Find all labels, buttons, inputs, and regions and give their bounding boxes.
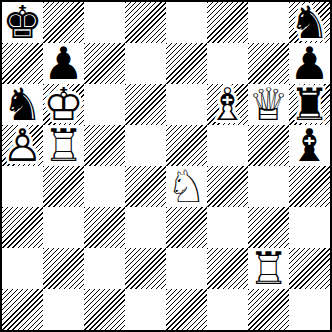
piece-white-queen: ♛♕ [248, 84, 289, 125]
white-knight-glyph: ♘ [166, 166, 207, 207]
square-a1[interactable] [2, 289, 43, 330]
square-c1[interactable] [84, 289, 125, 330]
square-d7[interactable] [125, 43, 166, 84]
square-a2[interactable] [2, 248, 43, 289]
square-f2[interactable] [207, 248, 248, 289]
black-bishop-glyph: ♝ [289, 125, 330, 166]
square-d5[interactable] [125, 125, 166, 166]
square-e8[interactable] [166, 2, 207, 43]
square-b1[interactable] [43, 289, 84, 330]
piece-white-pawn: ♟♙ [2, 125, 43, 166]
chessboard: ♚♞♟♟♞♚♔♝♗♛♕♜♟♙♜♖♝♞♘♜♖ [0, 0, 332, 332]
square-d4[interactable] [125, 166, 166, 207]
white-rook-glyph: ♖ [248, 248, 289, 289]
piece-white-bishop: ♝♗ [207, 84, 248, 125]
square-c8[interactable] [84, 2, 125, 43]
square-g1[interactable] [248, 289, 289, 330]
square-d2[interactable] [125, 248, 166, 289]
square-g6[interactable]: ♛♕ [248, 84, 289, 125]
square-g5[interactable] [248, 125, 289, 166]
white-pawn-glyph: ♙ [2, 125, 43, 166]
square-g4[interactable] [248, 166, 289, 207]
piece-white-knight: ♞♘ [166, 166, 207, 207]
square-c7[interactable] [84, 43, 125, 84]
square-b4[interactable] [43, 166, 84, 207]
white-bishop-glyph: ♗ [207, 84, 248, 125]
piece-white-rook: ♜♖ [248, 248, 289, 289]
square-b5[interactable]: ♜♖ [43, 125, 84, 166]
square-h3[interactable] [289, 207, 330, 248]
square-d8[interactable] [125, 2, 166, 43]
board-grid: ♚♞♟♟♞♚♔♝♗♛♕♜♟♙♜♖♝♞♘♜♖ [2, 2, 330, 330]
square-a4[interactable] [2, 166, 43, 207]
square-g8[interactable] [248, 2, 289, 43]
square-h5[interactable]: ♝ [289, 125, 330, 166]
square-c5[interactable] [84, 125, 125, 166]
square-c6[interactable] [84, 84, 125, 125]
square-a5[interactable]: ♟♙ [2, 125, 43, 166]
piece-black-bishop: ♝ [289, 125, 330, 166]
square-e7[interactable] [166, 43, 207, 84]
square-f4[interactable] [207, 166, 248, 207]
square-e4[interactable]: ♞♘ [166, 166, 207, 207]
square-e2[interactable] [166, 248, 207, 289]
piece-white-rook: ♜♖ [43, 125, 84, 166]
square-f8[interactable] [207, 2, 248, 43]
square-f1[interactable] [207, 289, 248, 330]
square-e6[interactable] [166, 84, 207, 125]
square-e1[interactable] [166, 289, 207, 330]
square-h1[interactable] [289, 289, 330, 330]
square-b3[interactable] [43, 207, 84, 248]
square-f6[interactable]: ♝♗ [207, 84, 248, 125]
black-king-glyph: ♚ [2, 2, 43, 43]
square-c3[interactable] [84, 207, 125, 248]
square-f3[interactable] [207, 207, 248, 248]
square-h2[interactable] [289, 248, 330, 289]
square-e3[interactable] [166, 207, 207, 248]
square-f5[interactable] [207, 125, 248, 166]
white-rook-glyph: ♖ [43, 125, 84, 166]
square-a8[interactable]: ♚ [2, 2, 43, 43]
square-b2[interactable] [43, 248, 84, 289]
square-c2[interactable] [84, 248, 125, 289]
square-c4[interactable] [84, 166, 125, 207]
square-a3[interactable] [2, 207, 43, 248]
square-d3[interactable] [125, 207, 166, 248]
square-d6[interactable] [125, 84, 166, 125]
square-d1[interactable] [125, 289, 166, 330]
piece-black-king: ♚ [2, 2, 43, 43]
white-queen-glyph: ♕ [248, 84, 289, 125]
square-h4[interactable] [289, 166, 330, 207]
square-g2[interactable]: ♜♖ [248, 248, 289, 289]
